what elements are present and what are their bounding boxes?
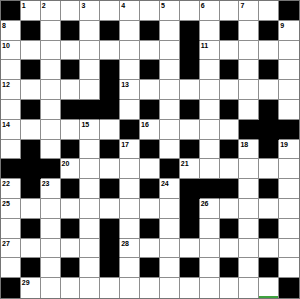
cell-r6-c11[interactable]: [220, 120, 240, 140]
cell-r3-c1: [21, 60, 41, 80]
cell-r4-c11[interactable]: [220, 80, 240, 100]
cell-r0-c10[interactable]: 6: [200, 1, 220, 21]
cell-r4-c6[interactable]: 13: [120, 80, 140, 100]
cell-r1-c9: [180, 21, 200, 41]
cell-r8-c5[interactable]: [100, 159, 120, 179]
cell-r7-c7: [140, 140, 160, 160]
cell-r5-c1: [21, 100, 41, 120]
cell-r8-c12[interactable]: [239, 159, 259, 179]
cell-r10-c7[interactable]: [140, 199, 160, 219]
cell-r0-c9[interactable]: [180, 1, 200, 21]
cell-r12-c9[interactable]: [180, 239, 200, 259]
cell-r2-c3[interactable]: [61, 41, 81, 61]
cell-r12-c7[interactable]: [140, 239, 160, 259]
cell-r13-c8[interactable]: [160, 258, 180, 278]
cell-r3-c2[interactable]: [41, 60, 61, 80]
cell-r10-c0[interactable]: 25: [1, 199, 21, 219]
cell-r14-c13-highlighted[interactable]: [259, 278, 279, 298]
cell-r0-c6[interactable]: 4: [120, 1, 140, 21]
cell-r2-c7[interactable]: [140, 41, 160, 61]
cell-r12-c10[interactable]: [200, 239, 220, 259]
cell-r8-c8: [160, 159, 180, 179]
cell-r2-c0[interactable]: 10: [1, 41, 21, 61]
cell-r1-c4[interactable]: [80, 21, 100, 41]
cell-r2-c6[interactable]: [120, 41, 140, 61]
cell-r5-c11: [220, 100, 240, 120]
cell-r14-c4[interactable]: [80, 278, 100, 298]
cell-r11-c10[interactable]: [200, 219, 220, 239]
cell-r14-c14: [279, 278, 299, 298]
cell-r4-c9[interactable]: [180, 80, 200, 100]
cell-r0-c8[interactable]: 5: [160, 1, 180, 21]
cell-r14-c1[interactable]: 29: [21, 278, 41, 298]
cell-r2-c14[interactable]: [279, 41, 299, 61]
clue-number: 19: [280, 140, 288, 149]
cell-r5-c4: [80, 100, 100, 120]
cell-r9-c9: [180, 179, 200, 199]
cell-r11-c8[interactable]: [160, 219, 180, 239]
clue-number: 18: [240, 140, 248, 149]
clue-number: 28: [121, 239, 129, 248]
cell-r0-c2[interactable]: 2: [41, 1, 61, 21]
cell-r1-c11: [220, 21, 240, 41]
cell-r0-c11[interactable]: [220, 1, 240, 21]
cell-r9-c3: [61, 179, 81, 199]
cell-r5-c0[interactable]: [1, 100, 21, 120]
cell-r3-c0[interactable]: [1, 60, 21, 80]
cell-r7-c11: [220, 140, 240, 160]
cell-r12-c12[interactable]: [239, 239, 259, 259]
cell-r6-c9[interactable]: [180, 120, 200, 140]
cell-r13-c1: [21, 258, 41, 278]
cell-r10-c4[interactable]: [80, 199, 100, 219]
cell-r7-c2[interactable]: [41, 140, 61, 160]
cell-r13-c7: [140, 258, 160, 278]
cell-r8-c0: [1, 159, 21, 179]
cell-r11-c13: [259, 219, 279, 239]
cell-r6-c0[interactable]: 14: [1, 120, 21, 140]
clue-number: 9: [280, 21, 284, 30]
cell-r8-c7[interactable]: [140, 159, 160, 179]
clue-number: 12: [2, 80, 10, 89]
cell-r9-c6[interactable]: [120, 179, 140, 199]
cell-r11-c9: [180, 219, 200, 239]
cell-r7-c8[interactable]: [160, 140, 180, 160]
cell-r4-c5: [100, 80, 120, 100]
cell-r8-c14[interactable]: [279, 159, 299, 179]
cell-r13-c10[interactable]: [200, 258, 220, 278]
clue-number: 24: [161, 179, 169, 188]
cell-r3-c4[interactable]: [80, 60, 100, 80]
cell-r1-c13: [259, 21, 279, 41]
cell-r6-c6: [120, 120, 140, 140]
cell-r1-c3: [61, 21, 81, 41]
clue-number: 16: [141, 120, 149, 129]
cell-r11-c12[interactable]: [239, 219, 259, 239]
cell-r11-c14[interactable]: [279, 219, 299, 239]
cell-r7-c9: [180, 140, 200, 160]
cell-r4-c2[interactable]: [41, 80, 61, 100]
cell-r6-c2[interactable]: [41, 120, 61, 140]
cell-r7-c13: [259, 140, 279, 160]
cell-r14-c11[interactable]: [220, 278, 240, 298]
cell-r10-c1[interactable]: [21, 199, 41, 219]
cell-r7-c6[interactable]: 17: [120, 140, 140, 160]
cell-r11-c1: [21, 219, 41, 239]
cell-r11-c6[interactable]: [120, 219, 140, 239]
cell-r7-c4[interactable]: [80, 140, 100, 160]
cell-r2-c1[interactable]: [21, 41, 41, 61]
clue-number: 25: [2, 199, 10, 208]
clue-number: 11: [201, 41, 208, 50]
cell-r1-c5: [100, 21, 120, 41]
cell-r1-c7: [140, 21, 160, 41]
cell-r13-c5: [100, 258, 120, 278]
cell-r11-c7: [140, 219, 160, 239]
cell-r8-c3[interactable]: 20: [61, 159, 81, 179]
cell-r2-c11[interactable]: [220, 41, 240, 61]
cell-r11-c4[interactable]: [80, 219, 100, 239]
cell-r4-c12[interactable]: [239, 80, 259, 100]
cell-r1-c8[interactable]: [160, 21, 180, 41]
cell-r12-c4[interactable]: [80, 239, 100, 259]
cell-r11-c5: [100, 219, 120, 239]
clue-number: 23: [42, 179, 50, 188]
cell-r10-c5[interactable]: [100, 199, 120, 219]
clue-number: 3: [81, 1, 85, 10]
cell-r1-c12[interactable]: [239, 21, 259, 41]
cell-r10-c11[interactable]: [220, 199, 240, 219]
crossword-grid: 1234567891011121314151617181920212223242…: [0, 0, 300, 299]
cell-r6-c14: [279, 120, 299, 140]
cell-r3-c14[interactable]: [279, 60, 299, 80]
cell-r10-c12[interactable]: [239, 199, 259, 219]
cell-r7-c3: [61, 140, 81, 160]
cell-r8-c10[interactable]: [200, 159, 220, 179]
cell-r2-c12[interactable]: [239, 41, 259, 61]
cell-r2-c9: [180, 41, 200, 61]
cell-r3-c5: [100, 60, 120, 80]
cell-r13-c4[interactable]: [80, 258, 100, 278]
cell-r12-c0[interactable]: 27: [1, 239, 21, 259]
cell-r3-c10[interactable]: [200, 60, 220, 80]
cell-r7-c1: [21, 140, 41, 160]
cell-r5-c7: [140, 100, 160, 120]
cell-r14-c7[interactable]: [140, 278, 160, 298]
cell-r3-c9: [180, 60, 200, 80]
cell-r8-c2: [41, 159, 61, 179]
cell-r4-c1[interactable]: [21, 80, 41, 100]
cell-r13-c6[interactable]: [120, 258, 140, 278]
cell-r14-c6[interactable]: [120, 278, 140, 298]
cell-r1-c0[interactable]: 8: [1, 21, 21, 41]
cell-r5-c8[interactable]: [160, 100, 180, 120]
cell-r7-c5: [100, 140, 120, 160]
cell-r10-c13[interactable]: [259, 199, 279, 219]
cell-r2-c13[interactable]: [259, 41, 279, 61]
cell-r8-c13[interactable]: [259, 159, 279, 179]
cell-r5-c13: [259, 100, 279, 120]
cell-r5-c5: [100, 100, 120, 120]
cell-r4-c4[interactable]: [80, 80, 100, 100]
cell-r9-c7: [140, 179, 160, 199]
cell-r2-c5[interactable]: [100, 41, 120, 61]
cell-r12-c5: [100, 239, 120, 259]
cell-r0-c7[interactable]: [140, 1, 160, 21]
cell-r9-c10: [200, 179, 220, 199]
cell-r4-c10[interactable]: [200, 80, 220, 100]
cell-r14-c10[interactable]: [200, 278, 220, 298]
clue-number: 26: [201, 199, 209, 208]
cell-r10-c10[interactable]: 26: [200, 199, 220, 219]
cell-r10-c3[interactable]: [61, 199, 81, 219]
cell-r5-c14[interactable]: [279, 100, 299, 120]
cell-r12-c3[interactable]: [61, 239, 81, 259]
cell-r0-c5[interactable]: [100, 1, 120, 21]
cell-r9-c14[interactable]: [279, 179, 299, 199]
cell-r6-c1[interactable]: [21, 120, 41, 140]
cell-r2-c8[interactable]: [160, 41, 180, 61]
cell-r14-c8[interactable]: [160, 278, 180, 298]
clue-number: 13: [121, 80, 129, 89]
cell-r7-c10[interactable]: [200, 140, 220, 160]
cell-r11-c2[interactable]: [41, 219, 61, 239]
cell-r1-c14[interactable]: 9: [279, 21, 299, 41]
cell-r3-c6[interactable]: [120, 60, 140, 80]
cell-r0-c3[interactable]: [61, 1, 81, 21]
cell-r1-c2[interactable]: [41, 21, 61, 41]
cell-r9-c1: [21, 179, 41, 199]
cell-r6-c12: [239, 120, 259, 140]
cell-r3-c8[interactable]: [160, 60, 180, 80]
cell-r9-c13: [259, 179, 279, 199]
cell-r8-c9[interactable]: 21: [180, 159, 200, 179]
clue-number: 8: [2, 21, 6, 30]
cell-r1-c6[interactable]: [120, 21, 140, 41]
cell-r0-c14: [279, 1, 299, 21]
cell-r12-c13[interactable]: [259, 239, 279, 259]
cell-r14-c5[interactable]: [100, 278, 120, 298]
cell-r9-c0[interactable]: 22: [1, 179, 21, 199]
cell-r13-c12[interactable]: [239, 258, 259, 278]
cell-r0-c12[interactable]: 7: [239, 1, 259, 21]
cell-r4-c14[interactable]: [279, 80, 299, 100]
cell-r6-c10[interactable]: [200, 120, 220, 140]
cell-r7-c14[interactable]: 19: [279, 140, 299, 160]
cell-r8-c4[interactable]: [80, 159, 100, 179]
cell-r11-c0[interactable]: [1, 219, 21, 239]
clue-number: 2: [42, 1, 46, 10]
clue-number: 5: [161, 1, 165, 10]
cell-r9-c12[interactable]: [239, 179, 259, 199]
cell-r13-c11: [220, 258, 240, 278]
cell-r12-c8[interactable]: [160, 239, 180, 259]
cell-r3-c12[interactable]: [239, 60, 259, 80]
cell-r14-c2[interactable]: [41, 278, 61, 298]
cell-r5-c12[interactable]: [239, 100, 259, 120]
cell-r12-c11[interactable]: [220, 239, 240, 259]
cell-r14-c9[interactable]: [180, 278, 200, 298]
cell-r0-c13[interactable]: [259, 1, 279, 21]
cell-r10-c6[interactable]: [120, 199, 140, 219]
cell-r6-c4[interactable]: 15: [80, 120, 100, 140]
clue-number: 29: [22, 278, 30, 287]
cell-r13-c14[interactable]: [279, 258, 299, 278]
cell-r12-c1[interactable]: [21, 239, 41, 259]
cell-r9-c5: [100, 179, 120, 199]
cell-r5-c10[interactable]: [200, 100, 220, 120]
cell-r0-c4[interactable]: 3: [80, 1, 100, 21]
cell-r10-c2[interactable]: [41, 199, 61, 219]
cell-r4-c0[interactable]: 12: [1, 80, 21, 100]
cell-r9-c11: [220, 179, 240, 199]
clue-number: 17: [121, 140, 129, 149]
cell-r2-c10[interactable]: 11: [200, 41, 220, 61]
clue-number: 27: [2, 239, 10, 248]
cell-r13-c13: [259, 258, 279, 278]
cell-r7-c0[interactable]: [1, 140, 21, 160]
cell-r10-c14[interactable]: [279, 199, 299, 219]
cell-r13-c0[interactable]: [1, 258, 21, 278]
cell-r2-c2[interactable]: [41, 41, 61, 61]
cell-r8-c1: [21, 159, 41, 179]
cell-r14-c12[interactable]: [239, 278, 259, 298]
cell-r7-c12[interactable]: 18: [239, 140, 259, 160]
cell-r14-c0: [1, 278, 21, 298]
cell-r1-c10[interactable]: [200, 21, 220, 41]
cell-r9-c2[interactable]: 23: [41, 179, 61, 199]
cell-r4-c13[interactable]: [259, 80, 279, 100]
cell-r12-c14[interactable]: [279, 239, 299, 259]
cell-r4-c7[interactable]: [140, 80, 160, 100]
cell-r3-c7: [140, 60, 160, 80]
cell-r0-c0: [1, 1, 21, 21]
cell-r8-c6[interactable]: [120, 159, 140, 179]
cell-r4-c8[interactable]: [160, 80, 180, 100]
cell-r3-c3: [61, 60, 81, 80]
cell-r6-c5[interactable]: [100, 120, 120, 140]
cell-r0-c1[interactable]: 1: [21, 1, 41, 21]
clue-number: 1: [22, 1, 26, 10]
cell-r13-c2[interactable]: [41, 258, 61, 278]
cell-r6-c8[interactable]: [160, 120, 180, 140]
cell-r6-c13: [259, 120, 279, 140]
cell-r3-c13: [259, 60, 279, 80]
cell-r4-c3[interactable]: [61, 80, 81, 100]
cell-r2-c4[interactable]: [80, 41, 100, 61]
clue-number: 7: [240, 1, 244, 10]
cell-r8-c11[interactable]: [220, 159, 240, 179]
clue-number: 20: [62, 159, 70, 168]
cell-r11-c11: [220, 219, 240, 239]
cell-r14-c3[interactable]: [61, 278, 81, 298]
cell-r13-c3: [61, 258, 81, 278]
clue-number: 4: [121, 1, 125, 10]
cell-r9-c4[interactable]: [80, 179, 100, 199]
clue-number: 10: [2, 41, 10, 50]
clue-number: 6: [201, 1, 205, 10]
cell-r10-c8[interactable]: [160, 199, 180, 219]
cell-r1-c1: [21, 21, 41, 41]
cell-r11-c3: [61, 219, 81, 239]
clue-number: 15: [81, 120, 89, 129]
cell-r5-c3: [61, 100, 81, 120]
cell-r12-c6[interactable]: 28: [120, 239, 140, 259]
cell-r5-c9: [180, 100, 200, 120]
cell-r13-c9: [180, 258, 200, 278]
cell-r6-c7[interactable]: 16: [140, 120, 160, 140]
clue-number: 21: [181, 159, 189, 168]
cell-r5-c2[interactable]: [41, 100, 61, 120]
cell-r9-c8[interactable]: 24: [160, 179, 180, 199]
cell-r12-c2[interactable]: [41, 239, 61, 259]
cell-r5-c6[interactable]: [120, 100, 140, 120]
cell-r3-c11: [220, 60, 240, 80]
clue-number: 14: [2, 120, 10, 129]
clue-number: 22: [2, 179, 10, 188]
cell-r6-c3[interactable]: [61, 120, 81, 140]
cell-r10-c9: [180, 199, 200, 219]
